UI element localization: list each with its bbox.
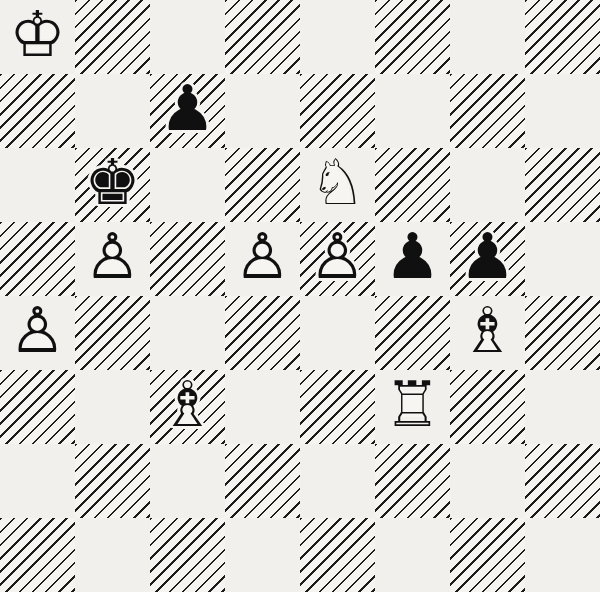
white-knight-glyph: ♘	[309, 151, 365, 214]
square-d6	[225, 148, 300, 222]
black-pawn: ♟	[450, 222, 525, 296]
white-knight: ♞♘	[300, 148, 375, 222]
square-a3	[0, 370, 75, 444]
square-f5: ♟	[375, 222, 450, 296]
black-king-glyph: ♚	[84, 151, 140, 214]
white-pawn: ♟♙	[300, 222, 375, 296]
black-pawn: ♟	[150, 74, 225, 148]
black-pawn-glyph: ♟	[459, 225, 515, 288]
square-c7: ♟	[150, 74, 225, 148]
square-a6	[0, 148, 75, 222]
square-d4	[225, 296, 300, 370]
square-e8	[300, 0, 375, 74]
white-pawn: ♟♙	[0, 296, 75, 370]
white-rook-glyph: ♖	[384, 373, 440, 436]
square-b3	[75, 370, 150, 444]
square-g3	[450, 370, 525, 444]
square-f1	[375, 518, 450, 592]
square-g8	[450, 0, 525, 74]
white-pawn-glyph: ♙	[234, 225, 290, 288]
square-c2	[150, 444, 225, 518]
square-c8	[150, 0, 225, 74]
square-c5	[150, 222, 225, 296]
square-f7	[375, 74, 450, 148]
white-pawn: ♟♙	[75, 222, 150, 296]
square-g4: ♝♗	[450, 296, 525, 370]
square-c6	[150, 148, 225, 222]
white-bishop-glyph: ♗	[159, 373, 215, 436]
white-pawn: ♟♙	[225, 222, 300, 296]
square-d2	[225, 444, 300, 518]
square-e3	[300, 370, 375, 444]
square-h1	[525, 518, 600, 592]
black-pawn-glyph: ♟	[384, 225, 440, 288]
chess-board: ♚♔♟♚♞♘♟♙♟♙♟♙♟♟♟♙♝♗♝♗♜♖	[0, 0, 600, 592]
square-b4	[75, 296, 150, 370]
square-g7	[450, 74, 525, 148]
square-f4	[375, 296, 450, 370]
square-e1	[300, 518, 375, 592]
square-b5: ♟♙	[75, 222, 150, 296]
square-e7	[300, 74, 375, 148]
black-king: ♚	[75, 148, 150, 222]
square-e4	[300, 296, 375, 370]
square-d8	[225, 0, 300, 74]
square-b1	[75, 518, 150, 592]
square-e2	[300, 444, 375, 518]
square-g2	[450, 444, 525, 518]
square-a5	[0, 222, 75, 296]
white-pawn-glyph: ♙	[309, 225, 365, 288]
square-f8	[375, 0, 450, 74]
black-pawn-glyph: ♟	[159, 77, 215, 140]
square-a4: ♟♙	[0, 296, 75, 370]
square-h5	[525, 222, 600, 296]
square-g1	[450, 518, 525, 592]
square-b8	[75, 0, 150, 74]
square-h8	[525, 0, 600, 74]
square-b7	[75, 74, 150, 148]
square-d1	[225, 518, 300, 592]
square-d5: ♟♙	[225, 222, 300, 296]
square-c1	[150, 518, 225, 592]
square-f6	[375, 148, 450, 222]
square-f3: ♜♖	[375, 370, 450, 444]
square-d3	[225, 370, 300, 444]
square-a7	[0, 74, 75, 148]
square-c3: ♝♗	[150, 370, 225, 444]
square-e6: ♞♘	[300, 148, 375, 222]
square-g5: ♟	[450, 222, 525, 296]
square-h4	[525, 296, 600, 370]
square-b2	[75, 444, 150, 518]
white-king-glyph: ♔	[9, 3, 65, 66]
white-bishop: ♝♗	[150, 370, 225, 444]
white-bishop: ♝♗	[450, 296, 525, 370]
white-rook: ♜♖	[375, 370, 450, 444]
white-king: ♚♔	[0, 0, 75, 74]
square-c4	[150, 296, 225, 370]
white-bishop-glyph: ♗	[459, 299, 515, 362]
square-h7	[525, 74, 600, 148]
white-pawn-glyph: ♙	[84, 225, 140, 288]
square-f2	[375, 444, 450, 518]
square-b6: ♚	[75, 148, 150, 222]
square-d7	[225, 74, 300, 148]
square-h3	[525, 370, 600, 444]
square-g6	[450, 148, 525, 222]
square-h6	[525, 148, 600, 222]
white-pawn-glyph: ♙	[9, 299, 65, 362]
square-e5: ♟♙	[300, 222, 375, 296]
black-pawn: ♟	[375, 222, 450, 296]
square-a8: ♚♔	[0, 0, 75, 74]
square-a2	[0, 444, 75, 518]
square-h2	[525, 444, 600, 518]
square-a1	[0, 518, 75, 592]
chess-diagram: ♚♔♟♚♞♘♟♙♟♙♟♙♟♟♟♙♝♗♝♗♜♖	[0, 0, 600, 592]
